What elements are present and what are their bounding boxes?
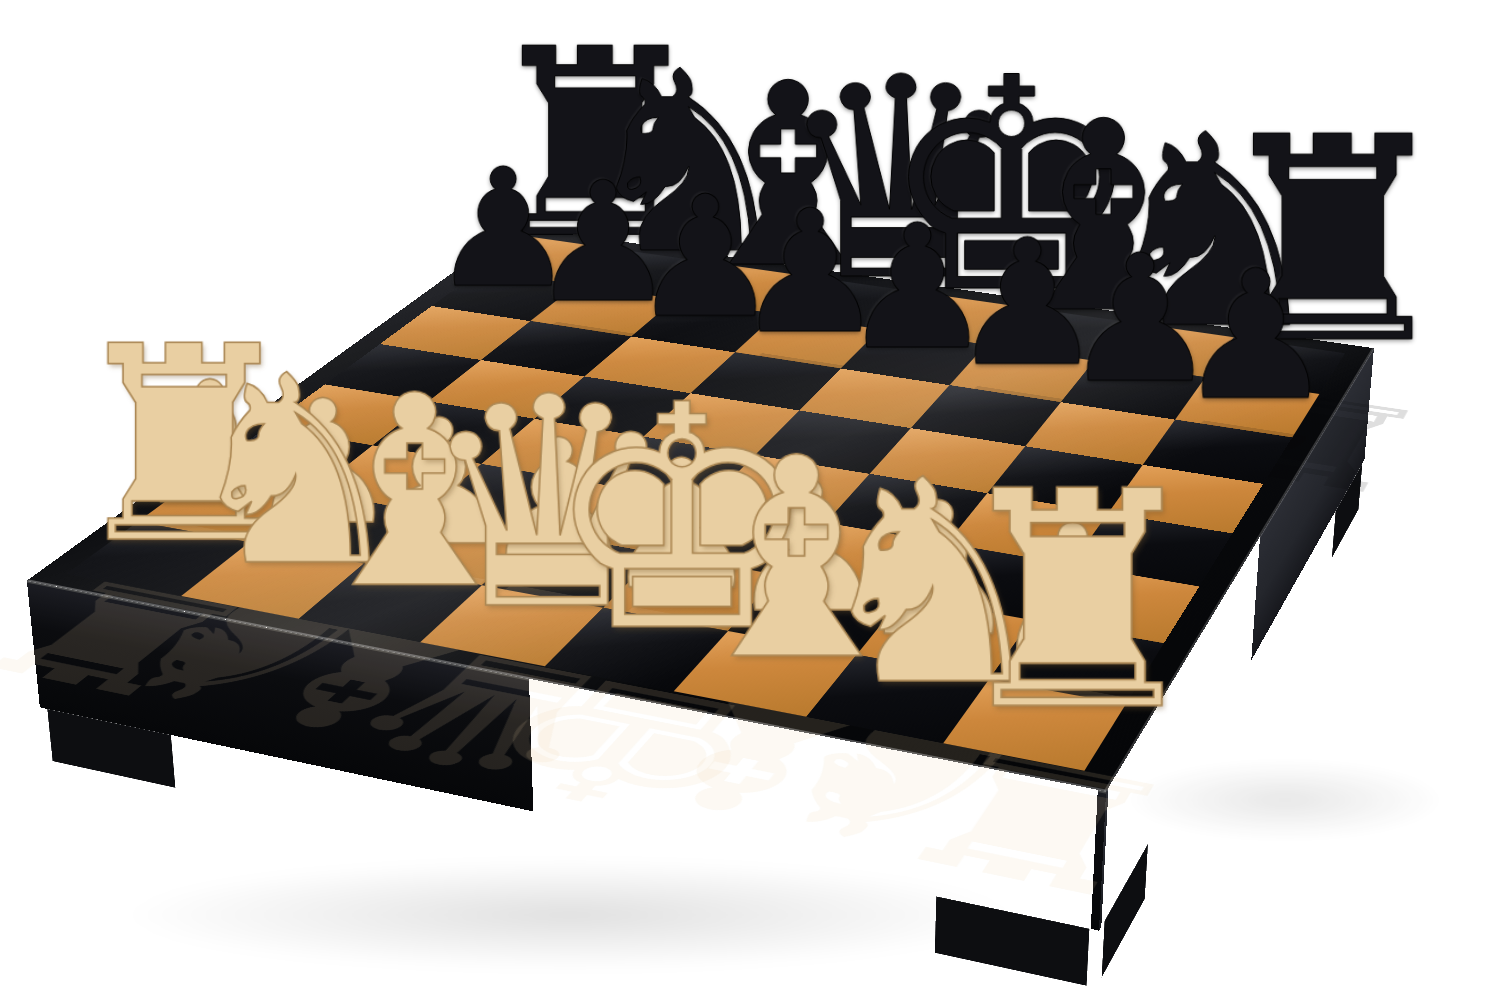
board-foot-a1 (47, 709, 175, 788)
piece-black-pawn: ♟ (430, 147, 540, 311)
board-foot-h1-side (1101, 843, 1148, 978)
board-top-surface: ♜♜♞♞♝♝♛♛♚♚♝♝♞♞♜♜♟♟♟♟♟♟♟♟♟♟♟♟♟♟♟♟♟♟♟♟♟♟♟♟… (27, 226, 1374, 791)
piece-black-rook: ♜ (479, 15, 586, 274)
product-photo-stage: ♜♜♞♞♝♝♛♛♚♚♝♝♞♞♜♜♟♟♟♟♟♟♟♟♟♟♟♟♟♟♟♟♟♟♟♟♟♟♟♟… (0, 0, 1500, 1000)
board-foot-h8 (1332, 463, 1363, 559)
chess-board-3d: ♜♜♞♞♝♝♛♛♚♚♝♝♞♞♜♜♟♟♟♟♟♟♟♟♟♟♟♟♟♟♟♟♟♟♟♟♟♟♟♟… (27, 226, 1374, 791)
board-foot-h1 (935, 896, 1090, 986)
piece-white-rook: ♜ (63, 311, 196, 581)
